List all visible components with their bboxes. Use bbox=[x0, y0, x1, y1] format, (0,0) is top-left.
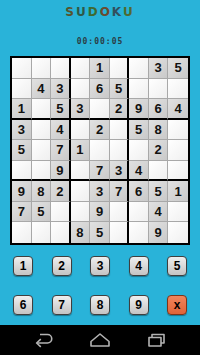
home-icon bbox=[88, 332, 112, 348]
cell-r9c4[interactable]: 8 bbox=[71, 222, 91, 243]
digit-3-button[interactable]: 3 bbox=[90, 256, 110, 276]
cell-r4c8[interactable]: 8 bbox=[149, 120, 169, 141]
cell-r8c6[interactable] bbox=[110, 202, 130, 223]
cell-r1c1[interactable] bbox=[12, 58, 32, 79]
cell-r9c9[interactable] bbox=[168, 222, 188, 243]
digit-9-button[interactable]: 9 bbox=[129, 295, 149, 315]
cell-r7c2[interactable]: 8 bbox=[32, 181, 52, 202]
cell-r5c2[interactable] bbox=[32, 140, 52, 161]
title-letter: D bbox=[88, 5, 100, 19]
cell-r7c4[interactable] bbox=[71, 181, 91, 202]
cell-r1c3[interactable] bbox=[51, 58, 71, 79]
cell-r7c5[interactable]: 3 bbox=[90, 181, 110, 202]
cell-r7c8[interactable]: 5 bbox=[149, 181, 169, 202]
cell-r3c2[interactable] bbox=[32, 99, 52, 120]
cell-r3c4[interactable]: 3 bbox=[71, 99, 91, 120]
cell-r8c7[interactable] bbox=[129, 202, 149, 223]
digit-4-button[interactable]: 4 bbox=[129, 256, 149, 276]
keypad-row-1: 12345 bbox=[13, 256, 187, 276]
digit-8-button[interactable]: 8 bbox=[90, 295, 110, 315]
cell-r7c9[interactable]: 1 bbox=[168, 181, 188, 202]
cell-r7c1[interactable]: 9 bbox=[12, 181, 32, 202]
cell-r1c8[interactable]: 3 bbox=[149, 58, 169, 79]
app-title: SUDOKU bbox=[0, 5, 200, 19]
home-button[interactable] bbox=[88, 332, 112, 348]
cell-r8c2[interactable]: 5 bbox=[32, 202, 52, 223]
cell-r8c1[interactable]: 7 bbox=[12, 202, 32, 223]
cell-r9c1[interactable] bbox=[12, 222, 32, 243]
cell-r5c8[interactable]: 2 bbox=[149, 140, 169, 161]
cell-r2c9[interactable] bbox=[168, 79, 188, 100]
cell-r8c3[interactable] bbox=[51, 202, 71, 223]
digit-6-button[interactable]: 6 bbox=[13, 295, 33, 315]
title-letter: U bbox=[123, 5, 135, 19]
cell-r3c3[interactable]: 5 bbox=[51, 99, 71, 120]
cell-r2c3[interactable]: 3 bbox=[51, 79, 71, 100]
erase-button[interactable]: x bbox=[167, 295, 187, 315]
sudoku-app-screen: SUDOKU 00:00:05 135436515329643425857129… bbox=[0, 0, 200, 355]
cell-r9c2[interactable] bbox=[32, 222, 52, 243]
cell-r9c7[interactable] bbox=[129, 222, 149, 243]
cell-r3c9[interactable]: 4 bbox=[168, 99, 188, 120]
cell-r2c5[interactable]: 6 bbox=[90, 79, 110, 100]
cell-r5c9[interactable] bbox=[168, 140, 188, 161]
cell-r7c7[interactable]: 6 bbox=[129, 181, 149, 202]
cell-r3c6[interactable]: 2 bbox=[110, 99, 130, 120]
cell-r7c3[interactable]: 2 bbox=[51, 181, 71, 202]
cell-r2c7[interactable] bbox=[129, 79, 149, 100]
cell-r2c8[interactable] bbox=[149, 79, 169, 100]
cell-r1c5[interactable]: 1 bbox=[90, 58, 110, 79]
cell-r2c2[interactable]: 4 bbox=[32, 79, 52, 100]
cell-r8c8[interactable]: 4 bbox=[149, 202, 169, 223]
cell-r6c9[interactable] bbox=[168, 161, 188, 182]
cell-r4c1[interactable]: 3 bbox=[12, 120, 32, 141]
cell-r9c3[interactable] bbox=[51, 222, 71, 243]
title-letter: S bbox=[65, 5, 76, 19]
digit-1-button[interactable]: 1 bbox=[13, 256, 33, 276]
android-navbar bbox=[0, 325, 200, 355]
cell-r4c9[interactable] bbox=[168, 120, 188, 141]
cell-r9c5[interactable]: 5 bbox=[90, 222, 110, 243]
cell-r4c3[interactable]: 4 bbox=[51, 120, 71, 141]
cell-r6c1[interactable] bbox=[12, 161, 32, 182]
cell-r5c1[interactable]: 5 bbox=[12, 140, 32, 161]
cell-r9c6[interactable] bbox=[110, 222, 130, 243]
cell-r5c5[interactable] bbox=[90, 140, 110, 161]
cell-r6c2[interactable] bbox=[32, 161, 52, 182]
cell-r8c4[interactable] bbox=[71, 202, 91, 223]
cell-r1c9[interactable]: 5 bbox=[168, 58, 188, 79]
cell-r2c1[interactable] bbox=[12, 79, 32, 100]
cell-r6c8[interactable] bbox=[149, 161, 169, 182]
cell-r6c7[interactable]: 4 bbox=[129, 161, 149, 182]
title-letter: K bbox=[112, 5, 123, 19]
cell-r6c6[interactable]: 3 bbox=[110, 161, 130, 182]
recents-button[interactable] bbox=[144, 332, 168, 348]
back-icon bbox=[32, 332, 56, 348]
cell-r7c6[interactable]: 7 bbox=[110, 181, 130, 202]
cell-r3c1[interactable]: 1 bbox=[12, 99, 32, 120]
cell-r1c4[interactable] bbox=[71, 58, 91, 79]
cell-r4c4[interactable] bbox=[71, 120, 91, 141]
cell-r6c4[interactable] bbox=[71, 161, 91, 182]
cell-r6c5[interactable]: 7 bbox=[90, 161, 110, 182]
sudoku-board: 1354365153296434258571297349823765175948… bbox=[10, 56, 190, 245]
cell-r5c3[interactable]: 7 bbox=[51, 140, 71, 161]
back-button[interactable] bbox=[32, 332, 56, 348]
cell-r9c8[interactable]: 9 bbox=[149, 222, 169, 243]
digit-5-button[interactable]: 5 bbox=[167, 256, 187, 276]
cell-r4c7[interactable]: 5 bbox=[129, 120, 149, 141]
cell-r3c8[interactable]: 6 bbox=[149, 99, 169, 120]
cell-r8c5[interactable]: 9 bbox=[90, 202, 110, 223]
digit-2-button[interactable]: 2 bbox=[52, 256, 72, 276]
cell-r5c6[interactable] bbox=[110, 140, 130, 161]
cell-r3c5[interactable] bbox=[90, 99, 110, 120]
cell-r8c9[interactable] bbox=[168, 202, 188, 223]
cell-r6c3[interactable]: 9 bbox=[51, 161, 71, 182]
game-timer: 00:00:05 bbox=[0, 37, 200, 46]
cell-r4c2[interactable] bbox=[32, 120, 52, 141]
title-letter: U bbox=[76, 5, 88, 19]
cell-r4c6[interactable] bbox=[110, 120, 130, 141]
cell-r1c2[interactable] bbox=[32, 58, 52, 79]
cell-r5c4[interactable]: 1 bbox=[71, 140, 91, 161]
cell-r5c7[interactable] bbox=[129, 140, 149, 161]
keypad-row-2: 6789x bbox=[13, 295, 187, 315]
cell-r4c5[interactable]: 2 bbox=[90, 120, 110, 141]
recents-icon bbox=[144, 332, 168, 348]
cell-r2c6[interactable]: 5 bbox=[110, 79, 130, 100]
cell-r2c4[interactable] bbox=[71, 79, 91, 100]
title-letter: O bbox=[100, 5, 112, 19]
cell-r3c7[interactable]: 9 bbox=[129, 99, 149, 120]
cell-r1c7[interactable] bbox=[129, 58, 149, 79]
digit-7-button[interactable]: 7 bbox=[52, 295, 72, 315]
cell-r1c6[interactable] bbox=[110, 58, 130, 79]
